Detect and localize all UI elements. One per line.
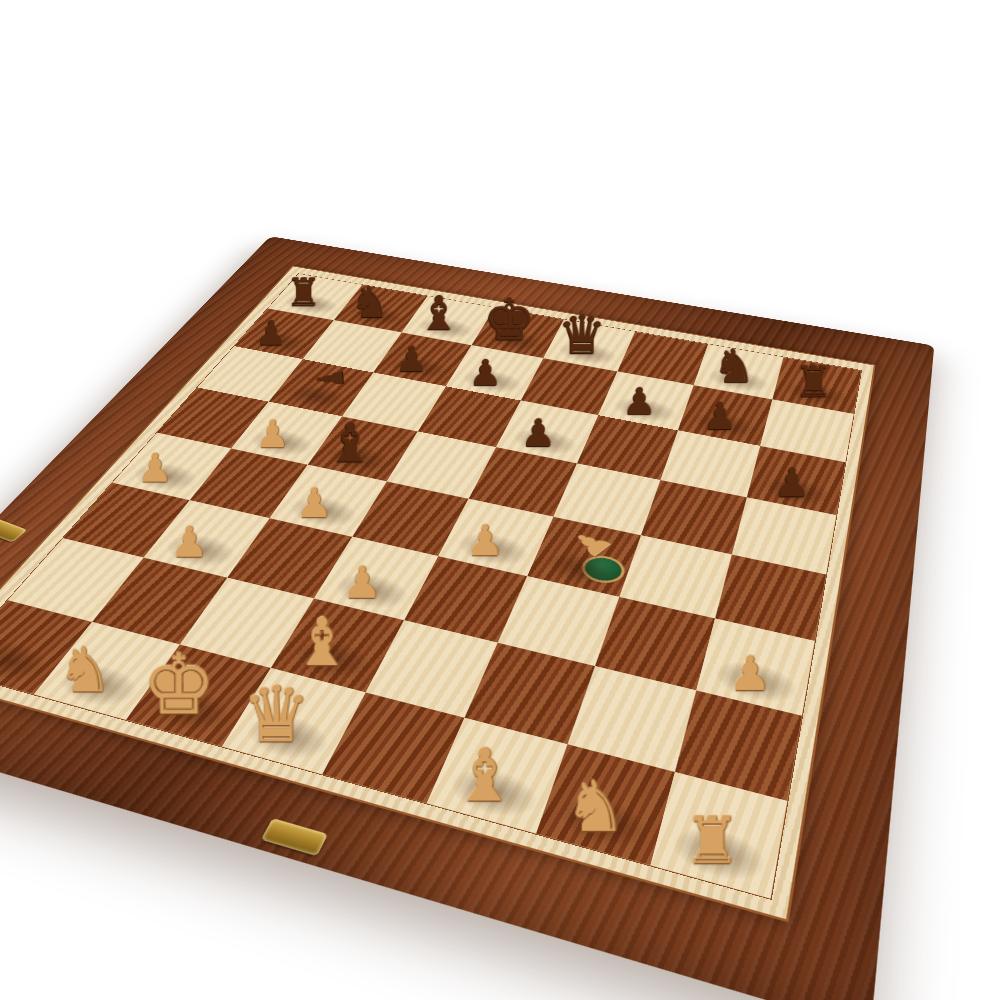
white-knight-g1[interactable]: ♞ [537,775,654,841]
black-pawn-d7[interactable]: ♟ [446,355,525,389]
black-pawn-e6[interactable]: ♟ [496,414,580,450]
white-pawn-f4-fallen[interactable]: ♟ [546,512,638,576]
square-e3[interactable] [404,556,527,643]
brass-clasp-icon [261,818,328,856]
white-pawn-b5[interactable]: ♟ [231,416,315,452]
white-pawn-d3[interactable]: ♟ [314,561,411,603]
black-knight-b8[interactable]: ♞ [334,282,407,323]
square-h1[interactable]: ♜ [651,772,788,898]
white-pawn-c4[interactable]: ♟ [269,483,359,522]
black-king-d8[interactable]: ♚ [472,293,547,348]
maple-border: ♜♞♝♚♛♞♜♟♟♟♟♟♟♟♟♟♝♟♟♟♟♟♟♟♝♜♞♚♛♝♞♜ [0,265,876,922]
square-h6[interactable]: ♟ [747,446,846,515]
green-felt-base [581,555,624,584]
black-bishop-c8[interactable]: ♝ [402,291,476,336]
black-pawn-b6-fallen[interactable]: ♟ [311,356,349,403]
black-pawn-c7[interactable]: ♟ [373,342,451,375]
square-h3[interactable]: ♟ [696,619,814,716]
photo-scene: ♜♞♝♚♛♞♜♟♟♟♟♟♟♟♟♟♝♟♟♟♟♟♟♟♝♜♞♚♛♝♞♜ [0,0,1000,1000]
black-rook-a8[interactable]: ♜ [267,275,339,312]
white-rook-h1[interactable]: ♜ [652,812,772,873]
black-rook-h8[interactable]: ♜ [774,362,854,403]
brass-clasp-icon [0,516,27,542]
white-bishop-f1[interactable]: ♝ [427,740,542,809]
white-pawn-h3[interactable]: ♟ [698,651,803,696]
board-grid: ♜♞♝♚♛♞♜♟♟♟♟♟♟♟♟♟♝♟♟♟♟♟♟♟♝♜♞♚♛♝♞♜ [0,274,861,899]
black-pawn-h6[interactable]: ♟ [748,463,836,501]
black-pawn-g7[interactable]: ♟ [679,398,762,434]
board-frame: ♜♞♝♚♛♞♜♟♟♟♟♟♟♟♟♟♝♟♟♟♟♟♟♟♝♜♞♚♛♝♞♜ [0,236,934,1000]
white-pawn-b3[interactable]: ♟ [143,522,236,562]
black-bishop-c5[interactable]: ♝ [307,417,392,469]
black-knight-g8[interactable]: ♞ [695,344,774,388]
white-bishop-d2[interactable]: ♝ [270,611,373,673]
square-g4[interactable] [619,535,732,618]
white-pawn-e4[interactable]: ♟ [438,520,531,560]
chessboard: ♜♞♝♚♛♞♜♟♟♟♟♟♟♟♟♟♝♟♟♟♟♟♟♟♝♜♞♚♛♝♞♜ [0,236,934,1000]
black-queen-e8[interactable]: ♛ [544,310,620,361]
black-pawn-f7[interactable]: ♟ [599,383,680,418]
white-knight-b1[interactable]: ♞ [32,641,137,700]
white-queen-d1[interactable]: ♛ [221,679,331,752]
white-pawn-a4[interactable]: ♟ [111,449,198,487]
black-pawn-a7[interactable]: ♟ [234,317,309,349]
white-king-c1[interactable]: ♚ [125,647,232,726]
